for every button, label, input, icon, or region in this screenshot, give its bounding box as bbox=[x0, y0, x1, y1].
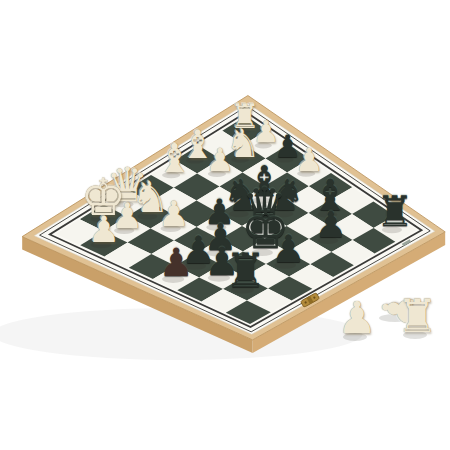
chess-board bbox=[0, 0, 450, 450]
chess-set-photo: ♜♝♝♛♚♟♞♟♞♟♟♟♟♟♝♞♟♞♛♟♟♟♝♚♟♟♟♜♜♟♜♟ bbox=[0, 0, 450, 450]
